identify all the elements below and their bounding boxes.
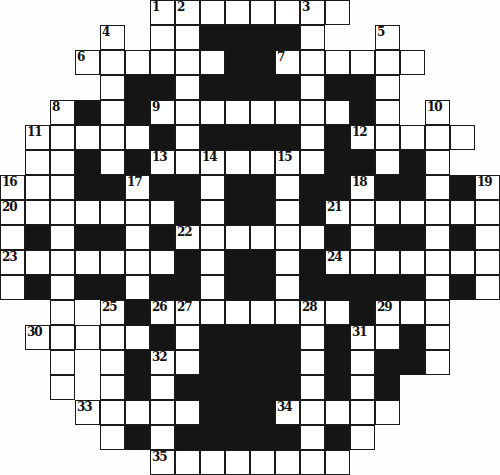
outside-area — [25, 350, 50, 375]
blocked-cell — [225, 400, 250, 425]
crossword-cell[interactable]: 23 — [0, 250, 25, 275]
blocked-cell — [225, 250, 250, 275]
crossword-cell[interactable] — [200, 300, 225, 325]
crossword-cell[interactable]: 4 — [100, 25, 125, 50]
crossword-cell[interactable] — [325, 100, 350, 125]
crossword-cell[interactable] — [200, 275, 225, 300]
crossword-cell[interactable] — [150, 25, 175, 50]
outside-area — [75, 375, 100, 400]
crossword-cell[interactable] — [75, 125, 100, 150]
crossword-cell[interactable] — [50, 325, 75, 350]
crossword-cell[interactable]: 31 — [350, 325, 375, 350]
outside-area — [350, 450, 375, 475]
outside-area — [475, 100, 500, 125]
blocked-cell — [325, 275, 350, 300]
crossword-cell[interactable] — [50, 125, 75, 150]
crossword-cell[interactable] — [400, 125, 425, 150]
crossword-cell[interactable]: 9 — [150, 100, 175, 125]
crossword-cell[interactable]: 19 — [475, 175, 500, 200]
crossword-cell[interactable] — [25, 175, 50, 200]
crossword-cell[interactable] — [175, 50, 200, 75]
crossword-cell[interactable] — [300, 325, 325, 350]
outside-area — [400, 375, 425, 400]
crossword-cell[interactable] — [50, 250, 75, 275]
crossword-cell[interactable] — [475, 250, 500, 275]
crossword-cell[interactable] — [100, 400, 125, 425]
outside-area — [400, 0, 425, 25]
crossword-cell[interactable] — [125, 400, 150, 425]
crossword-cell[interactable]: 20 — [0, 200, 25, 225]
blocked-cell — [350, 100, 375, 125]
crossword-cell[interactable] — [375, 200, 400, 225]
blocked-cell — [375, 275, 400, 300]
blocked-cell — [250, 350, 275, 375]
crossword-scan: 1234567891011121314151617181920212223242… — [0, 0, 500, 475]
crossword-cell[interactable] — [175, 25, 200, 50]
blocked-cell — [75, 275, 100, 300]
crossword-cell[interactable] — [350, 425, 375, 450]
crossword-cell[interactable]: 3 — [300, 0, 325, 25]
crossword-cell[interactable] — [100, 100, 125, 125]
crossword-cell[interactable] — [300, 450, 325, 475]
crossword-cell[interactable] — [400, 250, 425, 275]
crossword-cell[interactable] — [375, 100, 400, 125]
crossword-cell[interactable] — [375, 325, 400, 350]
blocked-cell — [175, 200, 200, 225]
crossword-cell[interactable] — [100, 375, 125, 400]
crossword-cell[interactable] — [225, 450, 250, 475]
crossword-cell[interactable] — [125, 225, 150, 250]
outside-area — [450, 425, 475, 450]
blocked-cell — [75, 225, 100, 250]
outside-area — [0, 450, 25, 475]
crossword-cell[interactable] — [425, 150, 450, 175]
clue-number: 17 — [127, 175, 142, 189]
outside-area — [75, 25, 100, 50]
crossword-cell[interactable] — [425, 300, 450, 325]
crossword-cell[interactable] — [50, 175, 75, 200]
clue-number: 3 — [302, 0, 309, 14]
crossword-cell[interactable] — [100, 150, 125, 175]
crossword-cell[interactable] — [100, 125, 125, 150]
blocked-cell — [275, 375, 300, 400]
crossword-cell[interactable] — [25, 200, 50, 225]
crossword-cell[interactable] — [400, 50, 425, 75]
blocked-cell — [125, 150, 150, 175]
blocked-cell — [325, 225, 350, 250]
outside-area — [25, 75, 50, 100]
crossword-cell[interactable] — [425, 200, 450, 225]
crossword-cell[interactable] — [275, 225, 300, 250]
crossword-cell[interactable]: 21 — [325, 200, 350, 225]
blocked-cell — [125, 100, 150, 125]
crossword-cell[interactable] — [100, 425, 125, 450]
clue-number: 1 — [152, 0, 159, 14]
crossword-cell[interactable] — [275, 250, 300, 275]
blocked-cell — [175, 175, 200, 200]
crossword-cell[interactable] — [350, 200, 375, 225]
clue-number: 6 — [77, 50, 84, 64]
crossword-cell[interactable] — [125, 50, 150, 75]
crossword-cell[interactable] — [200, 225, 225, 250]
blocked-cell — [375, 225, 400, 250]
blocked-cell — [175, 375, 200, 400]
crossword-cell[interactable] — [350, 350, 375, 375]
crossword-cell[interactable]: 26 — [150, 300, 175, 325]
blocked-cell — [275, 25, 300, 50]
crossword-cell[interactable] — [125, 275, 150, 300]
clue-number: 33 — [77, 400, 92, 414]
crossword-cell[interactable] — [250, 300, 275, 325]
clue-number: 9 — [152, 100, 159, 114]
crossword-cell[interactable] — [300, 50, 325, 75]
crossword-cell[interactable] — [425, 125, 450, 150]
blocked-cell — [250, 200, 275, 225]
outside-area — [475, 150, 500, 175]
crossword-cell[interactable] — [275, 300, 300, 325]
crossword-cell[interactable] — [325, 0, 350, 25]
outside-area — [0, 50, 25, 75]
crossword-cell[interactable] — [450, 125, 475, 150]
crossword-cell[interactable] — [300, 75, 325, 100]
crossword-cell[interactable] — [350, 250, 375, 275]
crossword-cell[interactable] — [475, 225, 500, 250]
blocked-cell — [300, 175, 325, 200]
blocked-cell — [200, 425, 225, 450]
crossword-cell[interactable] — [350, 400, 375, 425]
outside-area — [50, 425, 75, 450]
crossword-cell[interactable]: 32 — [150, 350, 175, 375]
outside-area — [75, 300, 100, 325]
crossword-cell[interactable] — [100, 50, 125, 75]
crossword-cell[interactable]: 33 — [75, 400, 100, 425]
crossword-cell[interactable]: 28 — [300, 300, 325, 325]
crossword-cell[interactable]: 13 — [150, 150, 175, 175]
crossword-cell[interactable] — [200, 50, 225, 75]
outside-area — [25, 425, 50, 450]
crossword-cell[interactable] — [300, 425, 325, 450]
crossword-cell[interactable] — [350, 375, 375, 400]
crossword-cell[interactable] — [175, 100, 200, 125]
outside-area — [25, 300, 50, 325]
crossword-cell[interactable] — [0, 275, 25, 300]
crossword-cell[interactable] — [50, 300, 75, 325]
crossword-cell[interactable] — [175, 150, 200, 175]
crossword-cell[interactable] — [300, 375, 325, 400]
crossword-cell[interactable] — [400, 300, 425, 325]
crossword-cell[interactable] — [225, 0, 250, 25]
crossword-cell[interactable] — [25, 250, 50, 275]
crossword-cell[interactable] — [150, 200, 175, 225]
outside-area — [475, 450, 500, 475]
crossword-cell[interactable] — [75, 200, 100, 225]
crossword-cell[interactable]: 8 — [50, 100, 75, 125]
blocked-cell — [300, 275, 325, 300]
crossword-cell[interactable]: 25 — [100, 300, 125, 325]
clue-number: 22 — [177, 225, 192, 239]
blocked-cell — [400, 325, 425, 350]
crossword-cell[interactable] — [425, 350, 450, 375]
blocked-cell — [200, 125, 225, 150]
crossword-cell[interactable] — [125, 200, 150, 225]
blocked-cell — [125, 375, 150, 400]
crossword-cell[interactable] — [425, 325, 450, 350]
blocked-cell — [250, 425, 275, 450]
blocked-cell — [250, 400, 275, 425]
crossword-cell[interactable] — [150, 400, 175, 425]
crossword-cell[interactable] — [425, 175, 450, 200]
crossword-cell[interactable] — [200, 0, 225, 25]
crossword-cell[interactable]: 35 — [150, 450, 175, 475]
blocked-cell — [450, 225, 475, 250]
crossword-cell[interactable]: 22 — [175, 225, 200, 250]
blocked-cell — [350, 275, 375, 300]
crossword-cell[interactable]: 24 — [325, 250, 350, 275]
outside-area — [0, 75, 25, 100]
outside-area — [425, 400, 450, 425]
outside-area — [400, 100, 425, 125]
blocked-cell — [200, 25, 225, 50]
outside-area — [425, 425, 450, 450]
clue-number: 5 — [377, 25, 384, 39]
crossword-cell[interactable]: 18 — [350, 175, 375, 200]
crossword-cell[interactable] — [75, 325, 100, 350]
outside-area — [450, 0, 475, 25]
crossword-cell[interactable] — [50, 200, 75, 225]
crossword-cell[interactable] — [325, 300, 350, 325]
crossword-cell[interactable] — [100, 75, 125, 100]
crossword-cell[interactable] — [200, 200, 225, 225]
blocked-cell — [225, 350, 250, 375]
clue-number: 26 — [152, 300, 167, 314]
outside-area — [0, 400, 25, 425]
blocked-cell — [275, 125, 300, 150]
crossword-cell[interactable] — [275, 100, 300, 125]
crossword-cell[interactable] — [225, 225, 250, 250]
crossword-cell[interactable] — [300, 25, 325, 50]
blocked-cell — [225, 425, 250, 450]
blocked-cell — [250, 50, 275, 75]
crossword-cell[interactable] — [275, 275, 300, 300]
crossword-cell[interactable] — [50, 350, 75, 375]
blocked-cell — [250, 125, 275, 150]
crossword-cell[interactable]: 2 — [175, 0, 200, 25]
outside-area — [375, 425, 400, 450]
crossword-cell[interactable] — [200, 100, 225, 125]
crossword-cell[interactable]: 30 — [25, 325, 50, 350]
crossword-cell[interactable] — [375, 250, 400, 275]
blocked-cell — [300, 200, 325, 225]
outside-area — [100, 450, 125, 475]
clue-number: 16 — [2, 175, 17, 189]
crossword-cell[interactable] — [325, 400, 350, 425]
blocked-cell — [150, 225, 175, 250]
crossword-cell[interactable] — [300, 125, 325, 150]
crossword-cell[interactable] — [475, 275, 500, 300]
clue-number: 11 — [27, 125, 42, 139]
crossword-cell[interactable]: 11 — [25, 125, 50, 150]
clue-number: 24 — [327, 250, 342, 264]
crossword-cell[interactable] — [425, 275, 450, 300]
outside-area — [0, 425, 25, 450]
crossword-cell[interactable]: 6 — [75, 50, 100, 75]
crossword-cell[interactable]: 16 — [0, 175, 25, 200]
crossword-cell[interactable] — [50, 275, 75, 300]
crossword-cell[interactable] — [225, 300, 250, 325]
crossword-cell[interactable] — [275, 0, 300, 25]
blocked-cell — [125, 75, 150, 100]
outside-area — [475, 300, 500, 325]
crossword-cell[interactable]: 5 — [375, 25, 400, 50]
crossword-cell[interactable] — [250, 150, 275, 175]
crossword-cell[interactable] — [275, 200, 300, 225]
outside-area — [50, 25, 75, 50]
crossword-cell[interactable] — [350, 225, 375, 250]
crossword-cell[interactable] — [125, 250, 150, 275]
outside-area — [400, 425, 425, 450]
crossword-cell[interactable] — [250, 100, 275, 125]
outside-area — [25, 375, 50, 400]
outside-area — [450, 150, 475, 175]
crossword-cell[interactable] — [400, 200, 425, 225]
crossword-cell[interactable] — [325, 450, 350, 475]
crossword-cell[interactable] — [225, 100, 250, 125]
crossword-cell[interactable] — [125, 125, 150, 150]
crossword-cell[interactable] — [425, 225, 450, 250]
blocked-cell — [275, 350, 300, 375]
crossword-cell[interactable] — [300, 150, 325, 175]
crossword-cell[interactable]: 17 — [125, 175, 150, 200]
crossword-cell[interactable] — [450, 250, 475, 275]
clue-number: 7 — [277, 50, 284, 64]
crossword-cell[interactable] — [150, 425, 175, 450]
crossword-cell[interactable]: 12 — [350, 125, 375, 150]
blocked-cell — [300, 250, 325, 275]
crossword-cell[interactable] — [250, 0, 275, 25]
crossword-cell[interactable] — [250, 450, 275, 475]
blocked-cell — [325, 350, 350, 375]
blocked-cell — [350, 75, 375, 100]
blocked-cell — [125, 350, 150, 375]
blocked-cell — [450, 275, 475, 300]
crossword-cell[interactable] — [150, 50, 175, 75]
crossword-cell[interactable] — [125, 325, 150, 350]
crossword-cell[interactable] — [50, 150, 75, 175]
blocked-cell — [225, 25, 250, 50]
crossword-cell[interactable] — [25, 150, 50, 175]
outside-area — [425, 25, 450, 50]
crossword-cell[interactable] — [300, 100, 325, 125]
blocked-cell — [350, 150, 375, 175]
crossword-cell[interactable]: 10 — [425, 100, 450, 125]
outside-area — [400, 400, 425, 425]
crossword-cell[interactable] — [375, 150, 400, 175]
clue-number: 35 — [152, 450, 167, 464]
outside-area — [375, 450, 400, 475]
crossword-cell[interactable] — [300, 225, 325, 250]
crossword-cell[interactable] — [250, 225, 275, 250]
blocked-cell — [250, 275, 275, 300]
crossword-cell[interactable] — [150, 250, 175, 275]
crossword-cell[interactable] — [50, 225, 75, 250]
crossword-cell[interactable]: 1 — [150, 0, 175, 25]
clue-number: 34 — [277, 400, 292, 414]
crossword-cell[interactable]: 15 — [275, 150, 300, 175]
outside-area — [425, 450, 450, 475]
crossword-cell[interactable] — [375, 75, 400, 100]
crossword-cell[interactable] — [225, 150, 250, 175]
crossword-cell[interactable] — [175, 350, 200, 375]
crossword-cell[interactable]: 27 — [175, 300, 200, 325]
crossword-cell[interactable] — [100, 250, 125, 275]
clue-number: 18 — [352, 175, 367, 189]
blocked-cell — [100, 275, 125, 300]
crossword-cell[interactable] — [450, 200, 475, 225]
outside-area — [25, 50, 50, 75]
blocked-cell — [225, 200, 250, 225]
crossword-grid: 1234567891011121314151617181920212223242… — [0, 0, 500, 475]
crossword-cell[interactable]: 14 — [200, 150, 225, 175]
crossword-cell[interactable] — [375, 400, 400, 425]
outside-area — [450, 325, 475, 350]
crossword-cell[interactable] — [275, 175, 300, 200]
blocked-cell — [400, 175, 425, 200]
crossword-cell[interactable] — [200, 250, 225, 275]
outside-area — [50, 450, 75, 475]
crossword-cell[interactable] — [425, 250, 450, 275]
crossword-cell[interactable] — [350, 50, 375, 75]
crossword-cell[interactable] — [150, 375, 175, 400]
crossword-cell[interactable] — [50, 375, 75, 400]
crossword-cell[interactable]: 34 — [275, 400, 300, 425]
outside-area — [125, 0, 150, 25]
crossword-cell[interactable] — [300, 400, 325, 425]
outside-area — [475, 425, 500, 450]
clue-number: 23 — [2, 250, 17, 264]
crossword-cell[interactable] — [200, 175, 225, 200]
outside-area — [25, 400, 50, 425]
crossword-cell[interactable] — [375, 50, 400, 75]
crossword-cell[interactable] — [475, 200, 500, 225]
clue-number: 13 — [152, 150, 167, 164]
crossword-cell[interactable] — [175, 75, 200, 100]
blocked-cell — [450, 175, 475, 200]
crossword-cell[interactable] — [175, 450, 200, 475]
crossword-cell[interactable] — [175, 125, 200, 150]
crossword-cell[interactable] — [100, 350, 125, 375]
blocked-cell — [225, 325, 250, 350]
outside-area — [50, 400, 75, 425]
crossword-cell[interactable] — [275, 450, 300, 475]
crossword-cell[interactable]: 29 — [375, 300, 400, 325]
crossword-cell[interactable] — [300, 350, 325, 375]
clue-number: 12 — [352, 125, 367, 139]
crossword-cell[interactable] — [375, 125, 400, 150]
crossword-cell[interactable] — [0, 225, 25, 250]
crossword-cell[interactable] — [200, 450, 225, 475]
outside-area — [0, 150, 25, 175]
blocked-cell — [225, 175, 250, 200]
crossword-cell[interactable] — [100, 200, 125, 225]
crossword-cell[interactable]: 7 — [275, 50, 300, 75]
crossword-cell[interactable] — [175, 400, 200, 425]
blocked-cell — [375, 350, 400, 375]
crossword-cell[interactable] — [325, 50, 350, 75]
outside-area — [425, 0, 450, 25]
crossword-cell[interactable] — [100, 325, 125, 350]
crossword-cell[interactable] — [75, 250, 100, 275]
crossword-cell[interactable] — [175, 325, 200, 350]
